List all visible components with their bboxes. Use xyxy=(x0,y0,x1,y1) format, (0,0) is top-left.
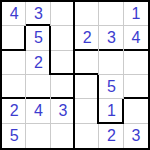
cell-r3c3[interactable] xyxy=(51,51,75,75)
cell-r2c4: 2 xyxy=(75,26,99,50)
cell-r5c3: 3 xyxy=(51,99,75,123)
cell-r2c6: 4 xyxy=(124,26,148,50)
cell-r6c5: 2 xyxy=(99,124,123,148)
jigsaw-sudoku-board: 4315234252431523 xyxy=(0,0,150,150)
cell-r5c4[interactable] xyxy=(75,99,99,123)
cell-r4c5: 5 xyxy=(99,75,123,99)
cell-r2c1[interactable] xyxy=(2,26,26,50)
cell-r3c4[interactable] xyxy=(75,51,99,75)
cell-r3c6[interactable] xyxy=(124,51,148,75)
cell-r1c6: 1 xyxy=(124,2,148,26)
cell-r1c5[interactable] xyxy=(99,2,123,26)
cell-r3c1[interactable] xyxy=(2,51,26,75)
cell-r5c1: 2 xyxy=(2,99,26,123)
cell-r6c3[interactable] xyxy=(51,124,75,148)
cell-r1c3[interactable] xyxy=(51,2,75,26)
cell-r3c5[interactable] xyxy=(99,51,123,75)
cell-r4c4[interactable] xyxy=(75,75,99,99)
cell-r5c6[interactable] xyxy=(124,99,148,123)
cell-r2c3[interactable] xyxy=(51,26,75,50)
cell-r1c4[interactable] xyxy=(75,2,99,26)
cell-r1c2: 3 xyxy=(26,2,50,26)
cell-r4c3[interactable] xyxy=(51,75,75,99)
cell-r6c2[interactable] xyxy=(26,124,50,148)
cell-r5c5: 1 xyxy=(99,99,123,123)
cell-r4c2[interactable] xyxy=(26,75,50,99)
cell-r6c4[interactable] xyxy=(75,124,99,148)
cell-r4c6[interactable] xyxy=(124,75,148,99)
cell-r6c6: 3 xyxy=(124,124,148,148)
cell-r3c2: 2 xyxy=(26,51,50,75)
cell-r5c2: 4 xyxy=(26,99,50,123)
cell-r2c5: 3 xyxy=(99,26,123,50)
cell-r6c1: 5 xyxy=(2,124,26,148)
cell-r4c1[interactable] xyxy=(2,75,26,99)
cell-r2c2: 5 xyxy=(26,26,50,50)
cell-r1c1: 4 xyxy=(2,2,26,26)
